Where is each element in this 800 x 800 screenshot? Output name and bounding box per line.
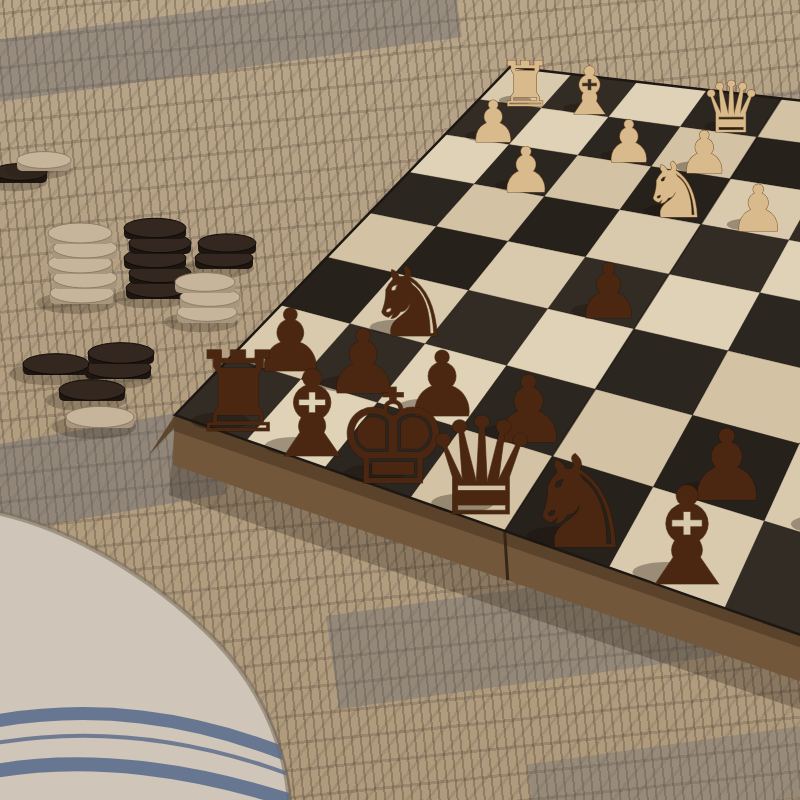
checker-disc-top <box>124 218 186 237</box>
photo-scene: ♜♝♛♟♟♟♟♞♟♟♞♟♟♟♟♟♟♜♝♚♛♞♝ <box>0 0 800 800</box>
scene-canvas: ♜♝♛♟♟♟♟♞♟♟♞♟♟♟♟♟♟♜♝♚♛♞♝ <box>0 0 800 800</box>
checker-disc-top <box>198 234 256 252</box>
piece-black-knight-e8: ♞ <box>522 428 637 577</box>
checkers-stack-light <box>36 223 117 314</box>
piece-black-pawn-d5: ♟ <box>575 247 643 336</box>
checkers-stack-light <box>5 152 72 180</box>
checker-disc-top <box>88 343 154 364</box>
checker-disc-top <box>66 406 134 427</box>
pillow-fabric <box>0 512 290 800</box>
rug-band <box>0 0 462 106</box>
checker-disc-top <box>175 273 235 292</box>
piece-black-bishop-f8: ♝ <box>626 458 748 616</box>
checkers-stack-dark <box>113 218 191 308</box>
rug-band <box>527 720 800 800</box>
piece-white-pawn-b3: ♟ <box>498 134 554 207</box>
piece-black-pawn-g7: ♟ <box>795 440 800 559</box>
pillow <box>0 512 306 800</box>
piece-white-pawn-e3: ♟ <box>730 171 788 246</box>
checkers-stack-dark <box>182 234 256 278</box>
checkers-stack-light <box>52 406 136 438</box>
checker-disc-top <box>59 380 125 401</box>
checker-disc-top <box>48 223 112 243</box>
checker-disc-top <box>17 152 71 169</box>
checker-disc-top <box>23 354 89 375</box>
piece-white-knight-d3: ♞ <box>641 146 709 235</box>
